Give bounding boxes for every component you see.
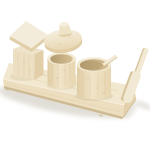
pot-interior	[50, 54, 73, 64]
product-photo	[0, 0, 150, 150]
scene-svg	[0, 0, 150, 150]
box-front-face	[13, 49, 34, 80]
